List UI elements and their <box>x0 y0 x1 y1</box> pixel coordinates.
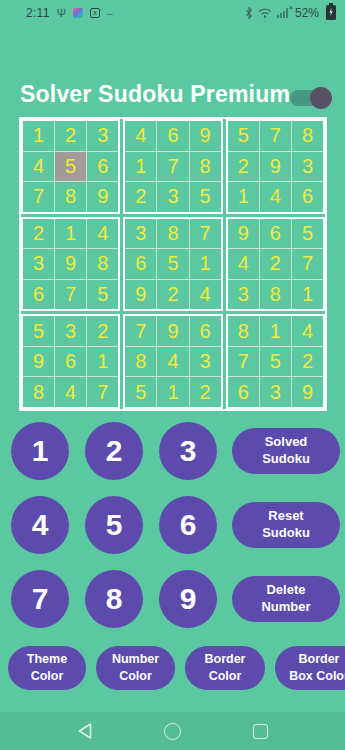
button-label-line: Sudoku <box>262 525 310 542</box>
sudoku-cell-r5c6[interactable]: 1 <box>190 249 221 279</box>
sudoku-cell-r5c7[interactable]: 4 <box>228 249 259 279</box>
app-notification-icon <box>73 8 83 18</box>
sudoku-cell-r1c6[interactable]: 9 <box>190 121 221 151</box>
sudoku-cell-r4c1[interactable]: 2 <box>23 219 54 249</box>
status-bar-right: × 52% <box>245 5 336 20</box>
sudoku-cell-r7c8[interactable]: 1 <box>260 316 291 346</box>
sudoku-cell-r2c8[interactable]: 9 <box>260 152 291 182</box>
number-button-3[interactable]: 3 <box>159 422 217 480</box>
sudoku-box-9: 814752639 <box>226 314 325 409</box>
sudoku-cell-r5c1[interactable]: 3 <box>23 249 54 279</box>
color-buttons: ThemeColorNumberColorBorderColorBorderBo… <box>8 646 345 690</box>
sudoku-cell-r2c3[interactable]: 6 <box>87 152 118 182</box>
status-bar-left: 2:11 Ψ x – <box>26 6 113 20</box>
sudoku-box-4: 214398675 <box>21 217 120 312</box>
button-label-line: Theme <box>27 651 67 668</box>
page-title: Solver Sudoku Premium <box>20 81 290 108</box>
sudoku-cell-r5c9[interactable]: 7 <box>292 249 323 279</box>
clock: 2:11 <box>26 6 50 20</box>
sudoku-cell-r2c4[interactable]: 1 <box>125 152 156 182</box>
sudoku-cell-r2c2[interactable]: 5 <box>55 152 86 182</box>
nav-back-icon[interactable] <box>74 720 96 742</box>
sudoku-cell-r6c3[interactable]: 5 <box>87 280 118 310</box>
sudoku-cell-r9c9[interactable]: 9 <box>292 377 323 407</box>
sudoku-cell-r3c2[interactable]: 8 <box>55 182 86 212</box>
sudoku-cell-r3c5[interactable]: 3 <box>157 182 188 212</box>
sudoku-cell-r1c7[interactable]: 5 <box>228 121 259 151</box>
sudoku-box-8: 796843512 <box>123 314 222 409</box>
file-notification-icon: x <box>90 8 100 18</box>
sudoku-cell-r6c5[interactable]: 2 <box>157 280 188 310</box>
nav-recents-icon[interactable] <box>249 720 271 742</box>
sudoku-cell-r5c8[interactable]: 2 <box>260 249 291 279</box>
sudoku-cell-r1c1[interactable]: 1 <box>23 121 54 151</box>
number-button-8[interactable]: 8 <box>85 570 143 628</box>
sudoku-cell-r8c9[interactable]: 2 <box>292 347 323 377</box>
sudoku-cell-r8c2[interactable]: 6 <box>55 347 86 377</box>
sudoku-cell-r2c5[interactable]: 7 <box>157 152 188 182</box>
button-label-line: Reset <box>268 508 303 525</box>
android-nav-bar <box>0 712 345 750</box>
sudoku-board: 1234567894691782355782931462143986753876… <box>21 119 325 409</box>
solved-sudoku-button[interactable]: SolvedSudoku <box>232 428 340 474</box>
sudoku-cell-r3c3[interactable]: 9 <box>87 182 118 212</box>
charging-bolt-icon <box>329 8 333 16</box>
border-box-color-button[interactable]: BorderBox Color <box>275 646 345 690</box>
sudoku-cell-r7c5[interactable]: 9 <box>157 316 188 346</box>
sudoku-cell-r3c6[interactable]: 5 <box>190 182 221 212</box>
sudoku-cell-r2c6[interactable]: 8 <box>190 152 221 182</box>
button-label-line: Box Color <box>289 668 345 685</box>
sudoku-cell-r3c1[interactable]: 7 <box>23 182 54 212</box>
sudoku-cell-r3c9[interactable]: 6 <box>292 182 323 212</box>
border-color-button[interactable]: BorderColor <box>185 646 265 690</box>
sudoku-cell-r6c8[interactable]: 8 <box>260 280 291 310</box>
number-button-7[interactable]: 7 <box>11 570 69 628</box>
premium-toggle[interactable] <box>290 87 332 109</box>
sudoku-cell-r6c6[interactable]: 4 <box>190 280 221 310</box>
sudoku-cell-r3c8[interactable]: 4 <box>260 182 291 212</box>
sudoku-cell-r9c7[interactable]: 6 <box>228 377 259 407</box>
sudoku-cell-r2c9[interactable]: 3 <box>292 152 323 182</box>
sudoku-cell-r6c4[interactable]: 9 <box>125 280 156 310</box>
sudoku-cell-r4c3[interactable]: 4 <box>87 219 118 249</box>
battery-icon <box>326 5 336 20</box>
sudoku-cell-r9c3[interactable]: 7 <box>87 377 118 407</box>
button-label-line: Number <box>261 599 310 616</box>
status-bar: 2:11 Ψ x – × 52% <box>0 0 345 25</box>
sudoku-cell-r8c4[interactable]: 8 <box>125 347 156 377</box>
sudoku-cell-r3c7[interactable]: 1 <box>228 182 259 212</box>
reset-sudoku-button[interactable]: ResetSudoku <box>232 502 340 548</box>
number-button-4[interactable]: 4 <box>11 496 69 554</box>
sudoku-cell-r9c2[interactable]: 4 <box>55 377 86 407</box>
number-button-5[interactable]: 5 <box>85 496 143 554</box>
usb-icon: Ψ <box>57 7 66 19</box>
wifi-icon <box>258 7 272 18</box>
sudoku-cell-r7c7[interactable]: 8 <box>228 316 259 346</box>
no-service-indicator: × <box>289 4 293 11</box>
battery-percent-label: 52% <box>295 6 319 20</box>
button-label-line: Border <box>205 651 246 668</box>
button-label-line: Color <box>119 668 152 685</box>
sudoku-cell-r9c4[interactable]: 5 <box>125 377 156 407</box>
sudoku-cell-r9c8[interactable]: 3 <box>260 377 291 407</box>
number-button-2[interactable]: 2 <box>85 422 143 480</box>
action-buttons: SolvedSudokuResetSudokuDeleteNumber <box>232 428 340 622</box>
sudoku-cell-r8c5[interactable]: 4 <box>157 347 188 377</box>
bluetooth-icon <box>245 7 253 19</box>
sudoku-box-3: 578293146 <box>226 119 325 214</box>
toggle-thumb <box>310 87 332 109</box>
button-label-line: Sudoku <box>262 451 310 468</box>
sudoku-cell-r7c9[interactable]: 4 <box>292 316 323 346</box>
sudoku-cell-r7c2[interactable]: 3 <box>55 316 86 346</box>
button-label-line: Color <box>209 668 242 685</box>
button-label-line: Delete <box>266 582 305 599</box>
sudoku-cell-r5c3[interactable]: 8 <box>87 249 118 279</box>
sudoku-box-1: 123456789 <box>21 119 120 214</box>
phone-screen: 2:11 Ψ x – × 52% Solver Sudoku Premium <box>0 0 345 750</box>
number-button-1[interactable]: 1 <box>11 422 69 480</box>
sudoku-cell-r6c7[interactable]: 3 <box>228 280 259 310</box>
nav-home-icon[interactable] <box>162 720 184 742</box>
signal-strength-icon: × <box>277 8 288 18</box>
sudoku-cell-r7c3[interactable]: 2 <box>87 316 118 346</box>
sudoku-cell-r6c2[interactable]: 7 <box>55 280 86 310</box>
sudoku-cell-r4c9[interactable]: 5 <box>292 219 323 249</box>
sudoku-cell-r7c4[interactable]: 7 <box>125 316 156 346</box>
sudoku-cell-r1c2[interactable]: 2 <box>55 121 86 151</box>
sudoku-cell-r8c1[interactable]: 9 <box>23 347 54 377</box>
sudoku-cell-r1c3[interactable]: 3 <box>87 121 118 151</box>
sudoku-box-6: 965427381 <box>226 217 325 312</box>
sudoku-cell-r1c4[interactable]: 4 <box>125 121 156 151</box>
sudoku-cell-r7c1[interactable]: 5 <box>23 316 54 346</box>
more-notifications-dash: – <box>107 7 113 19</box>
sudoku-cell-r8c8[interactable]: 5 <box>260 347 291 377</box>
sudoku-box-5: 387651924 <box>123 217 222 312</box>
button-label-line: Border <box>299 651 340 668</box>
numpad: 123456789 <box>11 422 217 628</box>
sudoku-cell-r5c5[interactable]: 5 <box>157 249 188 279</box>
sudoku-cell-r8c7[interactable]: 7 <box>228 347 259 377</box>
sudoku-cell-r9c6[interactable]: 2 <box>190 377 221 407</box>
button-label-line: Solved <box>265 434 308 451</box>
sudoku-cell-r7c6[interactable]: 6 <box>190 316 221 346</box>
sudoku-box-7: 532961847 <box>21 314 120 409</box>
sudoku-cell-r8c3[interactable]: 1 <box>87 347 118 377</box>
number-button-6[interactable]: 6 <box>159 496 217 554</box>
sudoku-cell-r4c6[interactable]: 7 <box>190 219 221 249</box>
theme-color-button[interactable]: ThemeColor <box>8 646 86 690</box>
sudoku-cell-r4c5[interactable]: 8 <box>157 219 188 249</box>
number-color-button[interactable]: NumberColor <box>96 646 175 690</box>
sudoku-cell-r4c2[interactable]: 1 <box>55 219 86 249</box>
sudoku-cell-r6c1[interactable]: 6 <box>23 280 54 310</box>
sudoku-cell-r1c8[interactable]: 7 <box>260 121 291 151</box>
button-label-line: Number <box>112 651 159 668</box>
sudoku-box-2: 469178235 <box>123 119 222 214</box>
sudoku-cell-r4c4[interactable]: 3 <box>125 219 156 249</box>
sudoku-cell-r5c2[interactable]: 9 <box>55 249 86 279</box>
number-button-9[interactable]: 9 <box>159 570 217 628</box>
sudoku-cell-r5c4[interactable]: 6 <box>125 249 156 279</box>
button-label-line: Color <box>31 668 64 685</box>
sudoku-cell-r4c7[interactable]: 9 <box>228 219 259 249</box>
sudoku-cell-r9c1[interactable]: 8 <box>23 377 54 407</box>
sudoku-cell-r4c8[interactable]: 6 <box>260 219 291 249</box>
sudoku-cell-r1c9[interactable]: 8 <box>292 121 323 151</box>
sudoku-cell-r9c5[interactable]: 1 <box>157 377 188 407</box>
sudoku-cell-r3c4[interactable]: 2 <box>125 182 156 212</box>
sudoku-cell-r6c9[interactable]: 1 <box>292 280 323 310</box>
sudoku-cell-r2c7[interactable]: 2 <box>228 152 259 182</box>
sudoku-cell-r8c6[interactable]: 3 <box>190 347 221 377</box>
sudoku-cell-r2c1[interactable]: 4 <box>23 152 54 182</box>
sudoku-cell-r1c5[interactable]: 6 <box>157 121 188 151</box>
delete-number-button[interactable]: DeleteNumber <box>232 576 340 622</box>
